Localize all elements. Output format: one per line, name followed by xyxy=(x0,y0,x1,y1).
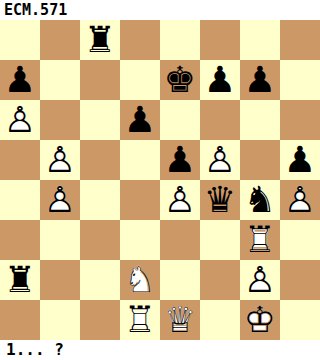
square-b6[interactable] xyxy=(40,100,80,140)
square-g3[interactable]: ♜♖ xyxy=(240,220,280,260)
square-c7[interactable] xyxy=(80,60,120,100)
square-c6[interactable] xyxy=(80,100,120,140)
square-b5[interactable]: ♟♙ xyxy=(40,140,80,180)
piece-white-pawn-g2: ♟♙ xyxy=(240,260,280,300)
square-h5[interactable]: ♟ xyxy=(280,140,320,180)
square-h1[interactable] xyxy=(280,300,320,340)
square-d2[interactable]: ♞♘ xyxy=(120,260,160,300)
square-d7[interactable] xyxy=(120,60,160,100)
square-d5[interactable] xyxy=(120,140,160,180)
square-e5[interactable]: ♟ xyxy=(160,140,200,180)
square-g8[interactable] xyxy=(240,20,280,60)
piece-black-rook-c8: ♜ xyxy=(80,20,120,60)
piece-black-pawn-e5: ♟ xyxy=(160,140,200,180)
square-b8[interactable] xyxy=(40,20,80,60)
square-b3[interactable] xyxy=(40,220,80,260)
square-f6[interactable] xyxy=(200,100,240,140)
square-h3[interactable] xyxy=(280,220,320,260)
piece-black-queen-f4: ♛ xyxy=(200,180,240,220)
square-h7[interactable] xyxy=(280,60,320,100)
square-a5[interactable] xyxy=(0,140,40,180)
square-d6[interactable]: ♟ xyxy=(120,100,160,140)
square-e1[interactable]: ♛♕ xyxy=(160,300,200,340)
square-g4[interactable]: ♞ xyxy=(240,180,280,220)
square-g1[interactable]: ♚♔ xyxy=(240,300,280,340)
square-c2[interactable] xyxy=(80,260,120,300)
square-a3[interactable] xyxy=(0,220,40,260)
piece-black-pawn-f7: ♟ xyxy=(200,60,240,100)
square-a1[interactable] xyxy=(0,300,40,340)
square-a6[interactable]: ♟♙ xyxy=(0,100,40,140)
square-c1[interactable] xyxy=(80,300,120,340)
piece-white-pawn-f5: ♟♙ xyxy=(200,140,240,180)
piece-white-knight-d2: ♞♘ xyxy=(120,260,160,300)
piece-white-rook-d1: ♜♖ xyxy=(120,300,160,340)
square-e7[interactable]: ♚ xyxy=(160,60,200,100)
square-h4[interactable]: ♟♙ xyxy=(280,180,320,220)
piece-white-pawn-b5: ♟♙ xyxy=(40,140,80,180)
square-e3[interactable] xyxy=(160,220,200,260)
square-e2[interactable] xyxy=(160,260,200,300)
square-f1[interactable] xyxy=(200,300,240,340)
square-f4[interactable]: ♛ xyxy=(200,180,240,220)
square-c8[interactable]: ♜ xyxy=(80,20,120,60)
square-g7[interactable]: ♟ xyxy=(240,60,280,100)
square-b4[interactable]: ♟♙ xyxy=(40,180,80,220)
square-c4[interactable] xyxy=(80,180,120,220)
move-prompt: 1... ? xyxy=(0,340,320,360)
piece-black-king-e7: ♚ xyxy=(160,60,200,100)
square-e4[interactable]: ♟♙ xyxy=(160,180,200,220)
square-c5[interactable] xyxy=(80,140,120,180)
piece-black-pawn-a7: ♟ xyxy=(0,60,40,100)
square-e8[interactable] xyxy=(160,20,200,60)
square-f3[interactable] xyxy=(200,220,240,260)
square-f8[interactable] xyxy=(200,20,240,60)
square-g5[interactable] xyxy=(240,140,280,180)
square-d8[interactable] xyxy=(120,20,160,60)
square-a7[interactable]: ♟ xyxy=(0,60,40,100)
piece-white-pawn-a6: ♟♙ xyxy=(0,100,40,140)
square-g2[interactable]: ♟♙ xyxy=(240,260,280,300)
square-a2[interactable]: ♜ xyxy=(0,260,40,300)
square-h8[interactable] xyxy=(280,20,320,60)
square-g6[interactable] xyxy=(240,100,280,140)
piece-white-pawn-e4: ♟♙ xyxy=(160,180,200,220)
square-f2[interactable] xyxy=(200,260,240,300)
square-f5[interactable]: ♟♙ xyxy=(200,140,240,180)
square-a8[interactable] xyxy=(0,20,40,60)
square-c3[interactable] xyxy=(80,220,120,260)
piece-white-rook-g3: ♜♖ xyxy=(240,220,280,260)
piece-black-pawn-g7: ♟ xyxy=(240,60,280,100)
square-b2[interactable] xyxy=(40,260,80,300)
square-h2[interactable] xyxy=(280,260,320,300)
piece-white-queen-e1: ♛♕ xyxy=(160,300,200,340)
square-d1[interactable]: ♜♖ xyxy=(120,300,160,340)
puzzle-title: ECM.571 xyxy=(0,0,320,20)
square-d3[interactable] xyxy=(120,220,160,260)
square-f7[interactable]: ♟ xyxy=(200,60,240,100)
piece-white-king-g1: ♚♔ xyxy=(240,300,280,340)
square-b1[interactable] xyxy=(40,300,80,340)
piece-white-pawn-b4: ♟♙ xyxy=(40,180,80,220)
piece-black-rook-a2: ♜ xyxy=(0,260,40,300)
chess-puzzle-window: ECM.571 ♜♟♚♟♟♟♙♟♟♙♟♟♙♟♟♙♟♙♛♞♟♙♜♖♜♞♘♟♙♜♖♛… xyxy=(0,0,320,360)
piece-black-pawn-h5: ♟ xyxy=(280,140,320,180)
piece-black-knight-g4: ♞ xyxy=(240,180,280,220)
piece-white-pawn-h4: ♟♙ xyxy=(280,180,320,220)
square-b7[interactable] xyxy=(40,60,80,100)
piece-black-pawn-d6: ♟ xyxy=(120,100,160,140)
square-d4[interactable] xyxy=(120,180,160,220)
square-e6[interactable] xyxy=(160,100,200,140)
square-a4[interactable] xyxy=(0,180,40,220)
chess-board: ♜♟♚♟♟♟♙♟♟♙♟♟♙♟♟♙♟♙♛♞♟♙♜♖♜♞♘♟♙♜♖♛♕♚♔ xyxy=(0,20,320,340)
square-h6[interactable] xyxy=(280,100,320,140)
